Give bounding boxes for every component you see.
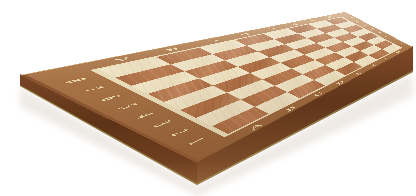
product-photo-scene: 12345678 12345678 ABCDEFGH ABCDEFGH <box>0 0 416 196</box>
